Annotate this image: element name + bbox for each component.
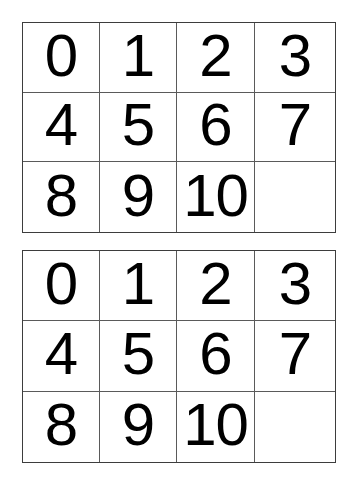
card-cell-3: 3	[255, 23, 335, 93]
card-cell-1: 1	[100, 23, 177, 93]
card-cell-3: 3	[255, 251, 335, 321]
card-cell-empty	[255, 392, 335, 462]
card-cell-6: 6	[177, 93, 255, 163]
card-cell-10: 10	[177, 162, 255, 232]
card-cell-empty	[255, 162, 335, 232]
card-cell-0: 0	[23, 23, 100, 93]
card-cell-7: 7	[255, 93, 335, 163]
card-cell-5: 5	[100, 93, 177, 163]
card-cell-2: 2	[177, 251, 255, 321]
card-cell-4: 4	[23, 321, 100, 391]
card-cell-8: 8	[23, 162, 100, 232]
card-cell-8: 8	[23, 392, 100, 462]
card-cell-1: 1	[100, 251, 177, 321]
card-cell-9: 9	[100, 162, 177, 232]
number-card-grid-2: 0 1 2 3 4 5 6 7 8 9 10	[22, 250, 336, 463]
card-cell-9: 9	[100, 392, 177, 462]
card-cell-5: 5	[100, 321, 177, 391]
card-cell-4: 4	[23, 93, 100, 163]
card-cell-2: 2	[177, 23, 255, 93]
card-cell-7: 7	[255, 321, 335, 391]
card-cell-10: 10	[177, 392, 255, 462]
number-card-grid-1: 0 1 2 3 4 5 6 7 8 9 10	[22, 22, 336, 233]
card-cell-0: 0	[23, 251, 100, 321]
worksheet-page: 0 1 2 3 4 5 6 7 8 9 10 0 1 2 3 4 5 6 7 8…	[0, 0, 353, 500]
card-cell-6: 6	[177, 321, 255, 391]
